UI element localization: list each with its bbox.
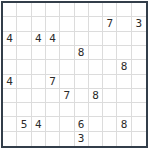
cell-r4c7[interactable] xyxy=(89,46,103,60)
cell-r8c5[interactable] xyxy=(60,103,74,117)
cell-r4c10[interactable] xyxy=(132,46,146,60)
cell-r7c8[interactable] xyxy=(103,89,117,103)
cell-r3c5[interactable] xyxy=(60,32,74,46)
cell-r4c4[interactable] xyxy=(46,46,60,60)
cell-r10c7[interactable] xyxy=(89,132,103,146)
cell-r1c4[interactable] xyxy=(46,3,60,17)
cell-r2c1[interactable] xyxy=(3,17,17,31)
cell-r2c2[interactable] xyxy=(17,17,31,31)
cell-r2c9[interactable] xyxy=(117,17,131,31)
cell-r5c1[interactable] xyxy=(3,60,17,74)
cell-r8c4[interactable] xyxy=(46,103,60,117)
cell-r10c2[interactable] xyxy=(17,132,31,146)
cell-r9c9-clue-8[interactable]: 8 xyxy=(117,117,131,131)
cell-r6c1-clue-4[interactable]: 4 xyxy=(3,75,17,89)
cell-r3c6[interactable] xyxy=(75,32,89,46)
cell-r1c9[interactable] xyxy=(117,3,131,17)
cell-r2c6[interactable] xyxy=(75,17,89,31)
cell-r6c8[interactable] xyxy=(103,75,117,89)
cell-r1c6[interactable] xyxy=(75,3,89,17)
cell-r9c10[interactable] xyxy=(132,117,146,131)
cell-r10c6-clue-3[interactable]: 3 xyxy=(75,132,89,146)
cell-r5c7[interactable] xyxy=(89,60,103,74)
cell-r10c1[interactable] xyxy=(3,132,17,146)
cell-r2c7[interactable] xyxy=(89,17,103,31)
cell-r5c8[interactable] xyxy=(103,60,117,74)
cell-r10c9[interactable] xyxy=(117,132,131,146)
cell-r6c2[interactable] xyxy=(17,75,31,89)
cell-r9c5[interactable] xyxy=(60,117,74,131)
cell-r1c1[interactable] xyxy=(3,3,17,17)
cell-r1c2[interactable] xyxy=(17,3,31,17)
cell-r7c2[interactable] xyxy=(17,89,31,103)
cell-r7c6[interactable] xyxy=(75,89,89,103)
cell-r5c10[interactable] xyxy=(132,60,146,74)
cell-r7c1[interactable] xyxy=(3,89,17,103)
cell-r8c1[interactable] xyxy=(3,103,17,117)
cell-r3c1-clue-4[interactable]: 4 xyxy=(3,32,17,46)
cell-r2c4[interactable] xyxy=(46,17,60,31)
cell-r3c3-clue-4[interactable]: 4 xyxy=(32,32,46,46)
cell-r1c3[interactable] xyxy=(32,3,46,17)
cell-r3c4-clue-4[interactable]: 4 xyxy=(46,32,60,46)
cell-r2c5[interactable] xyxy=(60,17,74,31)
cell-r1c5[interactable] xyxy=(60,3,74,17)
cell-r2c8-clue-7[interactable]: 7 xyxy=(103,17,117,31)
puzzle-board: 7344488477854683 xyxy=(1,1,148,148)
cell-r6c9[interactable] xyxy=(117,75,131,89)
cell-r8c2[interactable] xyxy=(17,103,31,117)
cell-r5c9-clue-8[interactable]: 8 xyxy=(117,60,131,74)
cell-r10c5[interactable] xyxy=(60,132,74,146)
cell-r4c9[interactable] xyxy=(117,46,131,60)
cell-r3c10[interactable] xyxy=(132,32,146,46)
cell-r7c3[interactable] xyxy=(32,89,46,103)
cell-r5c5[interactable] xyxy=(60,60,74,74)
cell-r8c7[interactable] xyxy=(89,103,103,117)
cell-r9c6-clue-6[interactable]: 6 xyxy=(75,117,89,131)
cell-r5c6[interactable] xyxy=(75,60,89,74)
cell-r4c2[interactable] xyxy=(17,46,31,60)
cell-r6c4-clue-7[interactable]: 7 xyxy=(46,75,60,89)
cell-r1c10[interactable] xyxy=(132,3,146,17)
cell-r2c10-clue-3[interactable]: 3 xyxy=(132,17,146,31)
cell-r10c4[interactable] xyxy=(46,132,60,146)
cell-r7c10[interactable] xyxy=(132,89,146,103)
cell-r5c3[interactable] xyxy=(32,60,46,74)
cell-r6c10[interactable] xyxy=(132,75,146,89)
cell-r6c3[interactable] xyxy=(32,75,46,89)
cell-r10c8[interactable] xyxy=(103,132,117,146)
cell-r4c3[interactable] xyxy=(32,46,46,60)
cell-r6c7[interactable] xyxy=(89,75,103,89)
cell-r9c8[interactable] xyxy=(103,117,117,131)
cell-r4c8[interactable] xyxy=(103,46,117,60)
cell-r8c10[interactable] xyxy=(132,103,146,117)
cell-r1c7[interactable] xyxy=(89,3,103,17)
cell-r7c5-clue-7[interactable]: 7 xyxy=(60,89,74,103)
cell-r2c3[interactable] xyxy=(32,17,46,31)
cell-r4c5[interactable] xyxy=(60,46,74,60)
cell-r7c7-clue-8[interactable]: 8 xyxy=(89,89,103,103)
cell-r3c9[interactable] xyxy=(117,32,131,46)
cell-r7c4[interactable] xyxy=(46,89,60,103)
cell-r9c7[interactable] xyxy=(89,117,103,131)
cell-r9c4[interactable] xyxy=(46,117,60,131)
cell-r9c2-clue-5[interactable]: 5 xyxy=(17,117,31,131)
cell-r8c6[interactable] xyxy=(75,103,89,117)
cell-r7c9[interactable] xyxy=(117,89,131,103)
cell-r10c3[interactable] xyxy=(32,132,46,146)
cell-r4c1[interactable] xyxy=(3,46,17,60)
cell-r4c6-clue-8[interactable]: 8 xyxy=(75,46,89,60)
cell-r9c3-clue-4[interactable]: 4 xyxy=(32,117,46,131)
cell-r9c1[interactable] xyxy=(3,117,17,131)
cell-r6c6[interactable] xyxy=(75,75,89,89)
cell-r10c10[interactable] xyxy=(132,132,146,146)
cell-r8c9[interactable] xyxy=(117,103,131,117)
cell-r8c3[interactable] xyxy=(32,103,46,117)
cell-r3c7[interactable] xyxy=(89,32,103,46)
cell-r6c5[interactable] xyxy=(60,75,74,89)
cell-r3c2[interactable] xyxy=(17,32,31,46)
cell-r5c2[interactable] xyxy=(17,60,31,74)
cell-r1c8[interactable] xyxy=(103,3,117,17)
cell-r3c8[interactable] xyxy=(103,32,117,46)
cell-r5c4[interactable] xyxy=(46,60,60,74)
cell-r8c8[interactable] xyxy=(103,103,117,117)
